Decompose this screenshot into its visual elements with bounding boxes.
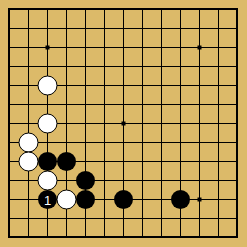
white-stone[interactable] [19, 152, 38, 171]
go-board[interactable]: 1 [0, 0, 247, 247]
white-stone[interactable] [57, 190, 76, 209]
move-labels: 1 [44, 193, 51, 208]
star-point [198, 198, 202, 202]
white-stone[interactable] [19, 133, 38, 152]
black-stone[interactable] [57, 152, 76, 171]
star-point [198, 46, 202, 50]
black-stone[interactable] [76, 171, 95, 190]
black-stone[interactable] [114, 190, 133, 209]
move-number-label: 1 [44, 193, 51, 208]
black-stone[interactable] [38, 152, 57, 171]
star-point [122, 122, 126, 126]
black-stone[interactable] [171, 190, 190, 209]
white-stone[interactable] [38, 76, 57, 95]
white-stone[interactable] [38, 171, 57, 190]
black-stone[interactable] [76, 190, 95, 209]
board-grid: 1 [0, 0, 247, 247]
star-point [46, 46, 50, 50]
white-stone[interactable] [38, 114, 57, 133]
